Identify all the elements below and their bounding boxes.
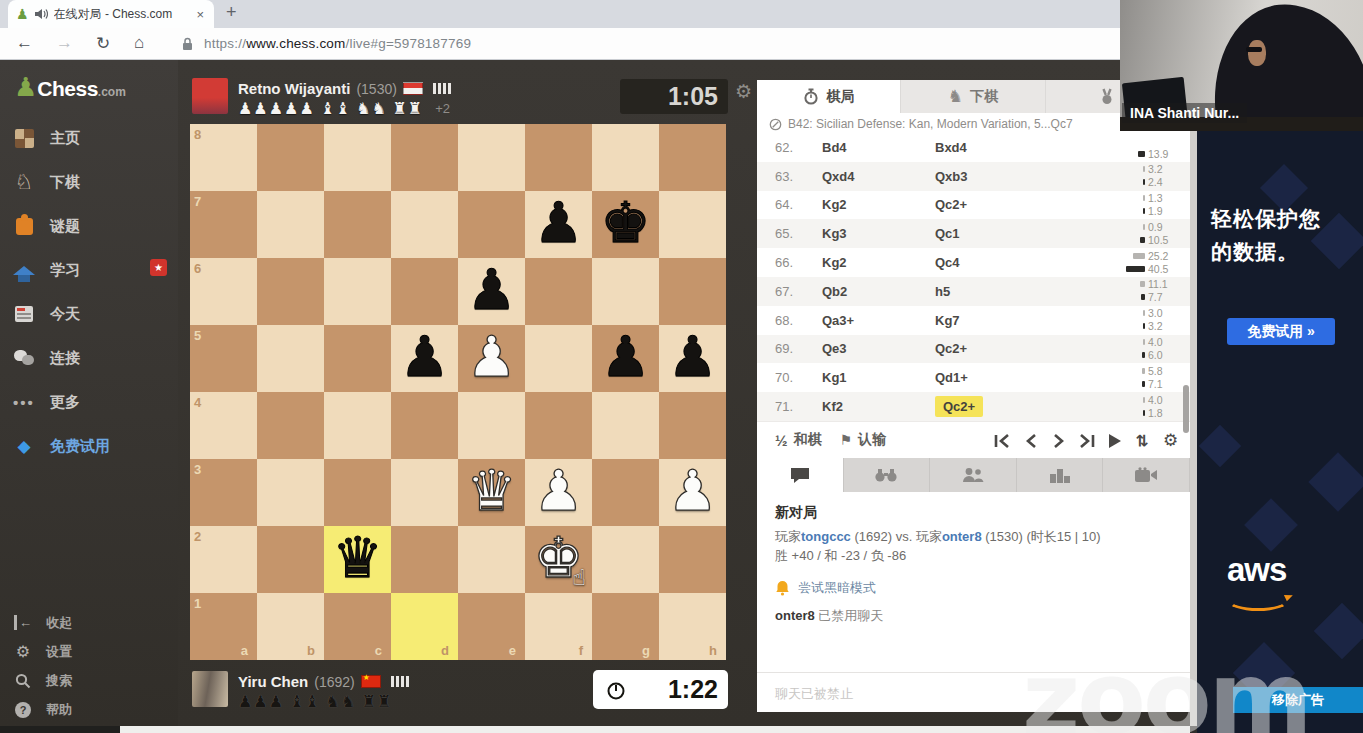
file-label: d [441, 643, 449, 658]
square-b5[interactable] [257, 325, 324, 392]
move-row-71: 71.Kf2Qc2+4.01.8 [757, 392, 1190, 421]
file-label: e [509, 643, 516, 658]
move-row-65: 65.Kg3Qc10.910.5 [757, 219, 1190, 248]
today-icon [12, 302, 36, 326]
file-label: f [579, 643, 583, 658]
black-move[interactable]: Qc1 [935, 226, 960, 241]
home-board-icon [12, 126, 36, 150]
square-g4[interactable] [592, 392, 659, 459]
logo-pawn-icon: ♟ [14, 76, 37, 98]
play-knight-icon: ♘ [12, 170, 36, 194]
lock-icon [182, 37, 193, 51]
chat-bubble-icon [790, 467, 810, 484]
top-player-name[interactable]: Retno Wijayanti [238, 80, 350, 97]
square-c7[interactable] [324, 191, 391, 258]
reload-icon[interactable]: ↻ [96, 33, 110, 54]
move-row-63: 63.Qxd4Qxb33.22.4 [757, 162, 1190, 191]
bottom-left-strip [0, 726, 120, 733]
move-number: 71. [775, 399, 822, 414]
move-row-62: 62.Bd4Bxd413.9 [757, 133, 1190, 162]
sidebar: ♟ Chess .com 主页♘下棋谜题学习今天连接•••更多◆免费试用 ←收起… [0, 60, 178, 726]
file-label: b [307, 643, 315, 658]
tab-title: 在线对局 - Chess.com [54, 6, 189, 23]
move-row-68: 68.Qa3+Kg73.03.2 [757, 306, 1190, 335]
white-pawn[interactable]: ♟ [525, 459, 592, 526]
diamond-icon: ◆ [12, 434, 36, 458]
move-number: 70. [775, 370, 822, 385]
black-pawn[interactable]: ♟ [391, 325, 458, 392]
move-times: 4.01.8 [1104, 393, 1176, 419]
captured-white-pieces: ♟♟♟♟♟ ♝♝ ♞♞ ♜♜ [238, 99, 423, 118]
black-move[interactable]: Qxb3 [935, 169, 968, 184]
people-icon [962, 467, 984, 483]
sidebar-bottom-item-1[interactable]: ←收起 [0, 608, 178, 637]
square-a5[interactable]: 5 [190, 325, 257, 392]
help-icon: ? [14, 701, 32, 719]
square-e4[interactable] [458, 392, 525, 459]
resign-button[interactable]: ⚑认输 [840, 431, 887, 449]
chat-header: 新对局 [775, 504, 1175, 522]
sidebar-item-3[interactable]: 谜题 [0, 204, 178, 248]
next-move-icon[interactable] [1049, 431, 1068, 450]
white-move[interactable]: Kf2 [822, 399, 935, 414]
square-f2[interactable]: ♚☝ [525, 526, 592, 593]
square-b2[interactable] [257, 526, 324, 593]
chat-odds-line: 胜 +40 / 和 -23 / 负 -86 [775, 546, 1175, 565]
file-label: h [709, 643, 717, 658]
speaker-icon[interactable] [35, 8, 48, 20]
collapse-icon: ← [14, 614, 32, 632]
square-d2[interactable] [391, 526, 458, 593]
sidebar-bottom-item-3[interactable]: 搜索 [0, 666, 178, 695]
move-times: 3.22.4 [1104, 163, 1176, 189]
square-h7[interactable] [659, 191, 726, 258]
top-player-avatar[interactable] [192, 78, 228, 114]
square-g6[interactable] [592, 258, 659, 325]
white-move[interactable]: Kg2 [822, 255, 935, 270]
square-g3[interactable] [592, 459, 659, 526]
square-h5[interactable]: ♟ [659, 325, 726, 392]
timer-icon [606, 680, 626, 700]
screen: ♟ 在线对局 - Chess.com × + ← → ↻ ⌂ https://w… [0, 0, 1363, 733]
chat-game-line: 玩家tongccc (1692) vs. 玩家onter8 (1530) (时长… [775, 527, 1175, 546]
learn-icon [12, 258, 36, 282]
game-controls: ½和棋 ⚑认输 ⇄⚙ [757, 421, 1190, 458]
top-player-bars-icon [433, 83, 451, 94]
black-move[interactable]: Kg7 [935, 313, 960, 328]
square-e5[interactable]: ♟ [458, 325, 525, 392]
square-g7[interactable]: ♚ [592, 191, 659, 258]
search-icon [14, 672, 32, 690]
square-e6[interactable]: ♟ [458, 258, 525, 325]
china-flag-icon [361, 675, 381, 688]
black-pawn[interactable]: ♟ [659, 325, 726, 392]
sidebar-item-6[interactable]: 连接 [0, 336, 178, 380]
sidebar-item-2[interactable]: ♘下棋 [0, 160, 178, 204]
material-advantage: +2 [435, 101, 450, 116]
draw-button[interactable]: ½和棋 [775, 431, 822, 449]
binoculars-icon [874, 467, 898, 483]
dark-mode-link[interactable]: 尝试黑暗模式 [798, 579, 876, 597]
scrollbar-thumb[interactable] [1183, 385, 1189, 433]
square-e1[interactable]: e [458, 593, 525, 660]
puzzle-icon [12, 214, 36, 238]
square-c4[interactable] [324, 392, 391, 459]
square-f3[interactable]: ♟ [525, 459, 592, 526]
move-times: 25.240.5 [1104, 249, 1176, 275]
black-move[interactable]: Qc4 [935, 255, 960, 270]
square-a2[interactable]: 2 [190, 526, 257, 593]
square-a7[interactable]: 7 [190, 191, 257, 258]
white-move[interactable]: Bd4 [822, 140, 935, 155]
url-text[interactable]: https://www.chess.com/live#g=5978187769 [204, 36, 471, 51]
panel-tab-1[interactable]: 棋局 [757, 80, 901, 113]
ad-headline-2: 的数据。 [1211, 238, 1299, 266]
square-h1[interactable]: h [659, 593, 726, 660]
square-h4[interactable] [659, 392, 726, 459]
more-icon: ••• [12, 390, 36, 414]
white-move[interactable]: Qb2 [822, 284, 935, 299]
player1-username[interactable]: tongccc [801, 529, 851, 544]
white-move[interactable]: Qa3+ [822, 313, 935, 328]
sidebar-bottom-item-2[interactable]: ⚙设置 [0, 637, 178, 666]
aws-logo: aws [1227, 551, 1286, 589]
panel-icon-tabs [757, 458, 1190, 492]
browser-tab[interactable]: ♟ 在线对局 - Chess.com × [8, 0, 214, 28]
logo-suffix: .com [98, 85, 126, 99]
aws-ad[interactable]: 轻松保护您 的数据。 免费试用 » aws [1197, 131, 1363, 733]
remove-ads-button[interactable]: 移除广告 [1233, 687, 1363, 713]
knight-icon: ♞ [948, 89, 963, 105]
square-d3[interactable] [391, 459, 458, 526]
square-g1[interactable]: g [592, 593, 659, 660]
black-queen[interactable]: ♛ [324, 526, 391, 593]
bottom-player-captured-line: ♟♟♟ ♝♝ ♞♞ ♜♜ [238, 692, 392, 711]
sidebar-item-5[interactable]: 今天 [0, 292, 178, 336]
square-d1[interactable]: d [391, 593, 458, 660]
rank-label: 8 [194, 127, 201, 142]
square-c5[interactable] [324, 325, 391, 392]
last-move-icon[interactable] [1077, 431, 1096, 450]
first-move-icon[interactable] [993, 431, 1012, 450]
hand-cursor: ☝ [573, 565, 586, 591]
ad-headline-1: 轻松保护您 [1211, 205, 1321, 233]
square-e7[interactable] [458, 191, 525, 258]
square-a6[interactable]: 6 [190, 258, 257, 325]
white-move[interactable]: Kg1 [822, 370, 935, 385]
bottom-player-avatar[interactable] [192, 671, 228, 707]
square-f5[interactable] [525, 325, 592, 392]
move-times: 5.87.1 [1104, 364, 1176, 390]
chat-area: 新对局 玩家tongccc (1692) vs. 玩家onter8 (1530)… [775, 504, 1175, 625]
chat-input-placeholder: 聊天已被禁止 [775, 685, 853, 703]
captured-black-pieces: ♟♟♟ ♝♝ ♞♞ ♜♜ [238, 692, 392, 711]
square-h2[interactable] [659, 526, 726, 593]
square-a3[interactable]: 3 [190, 459, 257, 526]
icon-tab-people[interactable] [930, 458, 1017, 492]
move-row-69: 69.Qe3Qc2+4.06.0 [757, 335, 1190, 364]
chess-board[interactable]: 87♟♚6♟5♟♟♟♟43♛♟♟2♛♚☝1abcdefgh [190, 124, 726, 660]
rank-label: 4 [194, 395, 201, 410]
square-c3[interactable] [324, 459, 391, 526]
standings-icon [1050, 467, 1070, 483]
square-g8[interactable] [592, 124, 659, 191]
rank-label: 1 [194, 596, 201, 611]
move-number: 64. [775, 197, 822, 212]
square-c1[interactable]: c [324, 593, 391, 660]
top-player-clock: 1:05 [620, 79, 728, 114]
file-label: g [642, 643, 650, 658]
bottom-player-name[interactable]: Yiru Chen [238, 673, 308, 690]
game-panel: 棋局♞下棋锦 B42: Sicilian Defense: Kan, Moder… [757, 80, 1190, 712]
black-pawn[interactable]: ♟ [458, 258, 525, 325]
square-f1[interactable]: f [525, 593, 592, 660]
square-b8[interactable] [257, 124, 324, 191]
move-row-70: 70.Kg1Qd1+5.87.1 [757, 363, 1190, 392]
square-b3[interactable] [257, 459, 324, 526]
move-row-64: 64.Kg2Qc2+1.31.9 [757, 191, 1190, 220]
ad-cta-button[interactable]: 免费试用 » [1227, 318, 1335, 345]
square-d7[interactable] [391, 191, 458, 258]
move-row-66: 66.Kg2Qc425.240.5 [757, 248, 1190, 277]
top-player-rating: (1530) [356, 81, 396, 97]
aws-swoosh-icon [1227, 589, 1289, 611]
move-row-67: 67.Qb2h511.17.7 [757, 277, 1190, 306]
prev-move-icon[interactable] [1021, 431, 1040, 450]
top-player-line: Retno Wijayanti (1530) [238, 80, 451, 97]
white-move[interactable]: Kg3 [822, 226, 935, 241]
white-move[interactable]: Kg2 [822, 197, 935, 212]
panel-tab-2[interactable]: ♞下棋 [901, 80, 1045, 113]
rank-label: 3 [194, 462, 201, 477]
square-f4[interactable] [525, 392, 592, 459]
square-f8[interactable] [525, 124, 592, 191]
black-move[interactable]: Qc2+ [935, 399, 983, 414]
chat-input[interactable]: 聊天已被禁止 [757, 672, 1190, 712]
move-number: 62. [775, 140, 822, 155]
player2-username[interactable]: onter8 [942, 529, 982, 544]
learn-star-badge: ★ [150, 259, 167, 276]
black-move[interactable]: Qd1+ [935, 370, 968, 385]
black-pawn[interactable]: ♟ [525, 191, 592, 258]
home-icon[interactable]: ⌂ [134, 33, 144, 53]
square-d6[interactable] [391, 258, 458, 325]
bottom-player-rating: (1692) [314, 674, 354, 690]
webcam-video: INA Shanti Nur... [1120, 0, 1363, 131]
play-icon[interactable] [1105, 431, 1124, 450]
move-list: 62.Bd4Bxd413.963.Qxd4Qxb33.22.464.Kg2Qc2… [757, 133, 1190, 421]
square-b1[interactable]: b [257, 593, 324, 660]
sidebar-item-7[interactable]: •••更多 [0, 380, 178, 424]
bottom-player-line: Yiru Chen (1692) [238, 673, 409, 690]
move-number: 66. [775, 255, 822, 270]
icon-tab-standings[interactable] [1017, 458, 1104, 492]
square-b7[interactable] [257, 191, 324, 258]
square-b6[interactable] [257, 258, 324, 325]
square-c8[interactable] [324, 124, 391, 191]
file-label: c [375, 643, 382, 658]
move-number: 69. [775, 341, 822, 356]
icon-tab-highlights[interactable] [1103, 458, 1190, 492]
highlights-icon [1135, 467, 1157, 483]
connect-icon [12, 346, 36, 370]
move-number: 67. [775, 284, 822, 299]
move-number: 63. [775, 169, 822, 184]
black-pawn[interactable]: ♟ [592, 325, 659, 392]
rank-label: 5 [194, 328, 201, 343]
move-times: 3.03.2 [1104, 307, 1176, 333]
black-move[interactable]: Bxd4 [935, 140, 967, 155]
file-label: a [241, 643, 248, 658]
square-a4[interactable]: 4 [190, 392, 257, 459]
move-times: 1.31.9 [1104, 192, 1176, 218]
back-icon[interactable]: ← [16, 33, 33, 53]
gear-icon: ⚙ [14, 643, 32, 661]
board-settings-gear-icon[interactable]: ⚙ [735, 80, 752, 103]
white-queen[interactable]: ♛ [458, 459, 525, 526]
square-d4[interactable] [391, 392, 458, 459]
trophy-icon [1099, 88, 1115, 105]
browser-scrollbar[interactable] [1190, 60, 1197, 726]
chesscom-logo[interactable]: ♟ Chess .com [14, 76, 126, 101]
bottom-player-bars-icon [391, 676, 409, 687]
forward-icon[interactable]: → [56, 33, 73, 53]
white-pawn[interactable]: ♟ [659, 459, 726, 526]
dark-mode-row[interactable]: 尝试黑暗模式 [775, 579, 1175, 597]
square-a8[interactable]: 8 [190, 124, 257, 191]
stopwatch-icon [803, 88, 819, 105]
square-e2[interactable] [458, 526, 525, 593]
opening-row[interactable]: B42: Sicilian Defense: Kan, Modern Varia… [769, 117, 1177, 131]
white-move[interactable]: Qxd4 [822, 169, 935, 184]
rank-label: 6 [194, 261, 201, 276]
move-times: 13.9 [1104, 134, 1176, 160]
opening-name: B42: Sicilian Defense: Kan, Modern Varia… [788, 117, 1073, 131]
square-d8[interactable] [391, 124, 458, 191]
top-player-captured-line: ♟♟♟♟♟ ♝♝ ♞♞ ♜♜ +2 [238, 99, 450, 118]
square-f6[interactable] [525, 258, 592, 325]
move-times: 4.06.0 [1104, 336, 1176, 362]
square-d5[interactable]: ♟ [391, 325, 458, 392]
settings-icon[interactable]: ⚙ [1161, 431, 1180, 450]
rank-label: 2 [194, 529, 201, 544]
new-tab-button[interactable]: + [226, 2, 237, 23]
square-h8[interactable] [659, 124, 726, 191]
square-e3[interactable]: ♛ [458, 459, 525, 526]
rank-label: 7 [194, 194, 201, 209]
bottom-player-clock: 1:22 [593, 670, 728, 709]
icon-tab-binoculars[interactable] [844, 458, 931, 492]
sidebar-item-1[interactable]: 主页 [0, 116, 178, 160]
glasses [1246, 47, 1262, 52]
square-c6[interactable] [324, 258, 391, 325]
square-b4[interactable] [257, 392, 324, 459]
move-number: 68. [775, 313, 822, 328]
move-times: 11.17.7 [1104, 278, 1176, 304]
black-move[interactable]: Qc2+ [935, 341, 967, 356]
square-c2[interactable]: ♛ [324, 526, 391, 593]
white-move[interactable]: Qe3 [822, 341, 935, 356]
square-a1[interactable]: 1a [190, 593, 257, 660]
logo-text: Chess [37, 77, 98, 101]
square-e8[interactable] [458, 124, 525, 191]
move-times: 0.910.5 [1104, 220, 1176, 246]
square-h3[interactable]: ♟ [659, 459, 726, 526]
white-pawn[interactable]: ♟ [458, 325, 525, 392]
favicon-pawn-icon: ♟ [16, 6, 29, 22]
opening-explorer-icon [769, 118, 782, 131]
chat-muted-line: onter8 已禁用聊天 [775, 607, 1175, 625]
black-move[interactable]: Qc2+ [935, 197, 967, 212]
sidebar-bottom-item-4[interactable]: ?帮助 [0, 695, 178, 724]
flip-board-icon[interactable]: ⇄ [1133, 431, 1152, 450]
icon-tab-chat-bubble[interactable] [757, 458, 844, 492]
bell-icon [775, 580, 790, 596]
tab-close-icon[interactable]: × [194, 7, 206, 22]
move-number: 65. [775, 226, 822, 241]
participant-name-label: INA Shanti Nur... [1122, 103, 1247, 123]
square-g2[interactable] [592, 526, 659, 593]
bottom-scroll-strip[interactable] [120, 726, 1190, 733]
square-f7[interactable]: ♟ [525, 191, 592, 258]
square-h6[interactable] [659, 258, 726, 325]
square-g5[interactable]: ♟ [592, 325, 659, 392]
indonesia-flag-icon [403, 82, 423, 95]
sidebar-item-8[interactable]: ◆免费试用 [0, 424, 178, 468]
black-move[interactable]: h5 [935, 284, 950, 299]
black-king[interactable]: ♚ [592, 191, 659, 258]
